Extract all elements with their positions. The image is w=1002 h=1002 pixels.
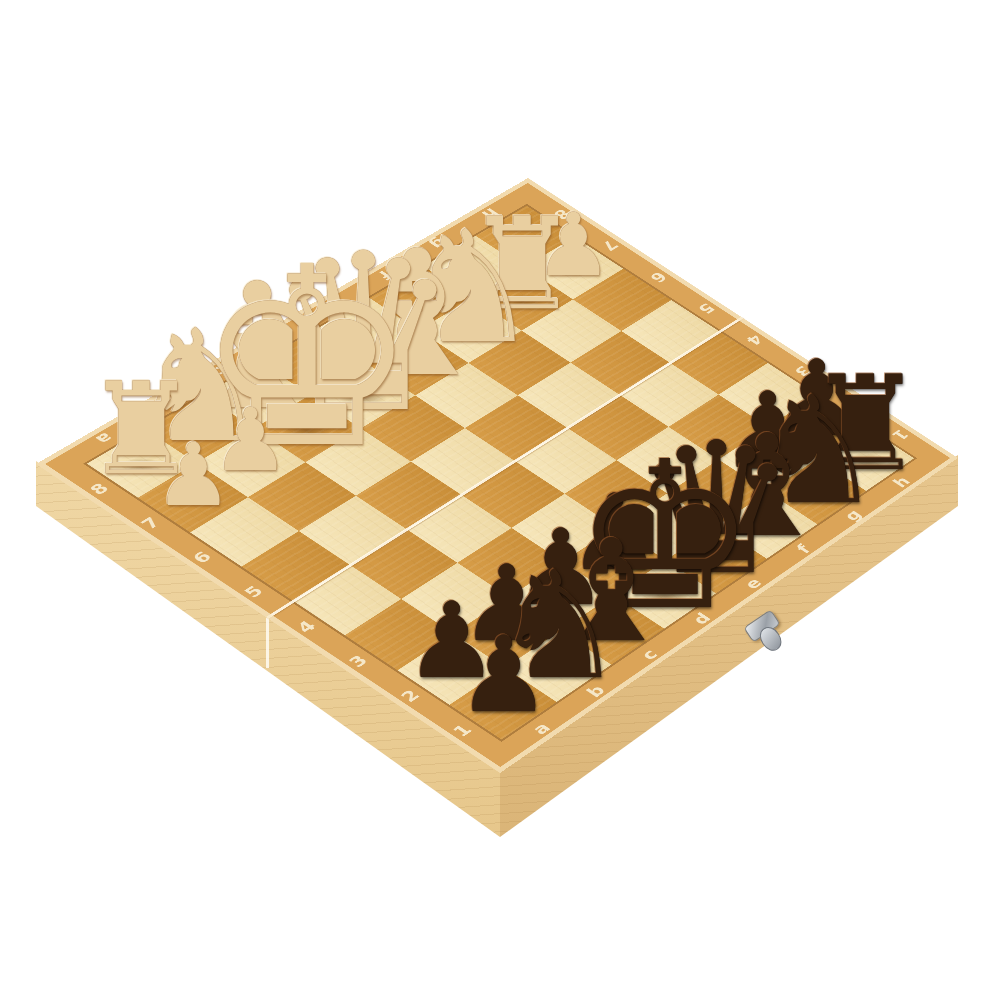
chess-set-photo: abcdefgh abcdefgh 87654321 87654321 ♜♞♝♟… xyxy=(0,0,1002,1002)
fold-seam-side-notch xyxy=(266,618,269,668)
piece-white-pawn-a7[interactable]: ♟ xyxy=(150,432,237,519)
piece-black-pawn-a1[interactable]: ♟ xyxy=(451,623,556,728)
